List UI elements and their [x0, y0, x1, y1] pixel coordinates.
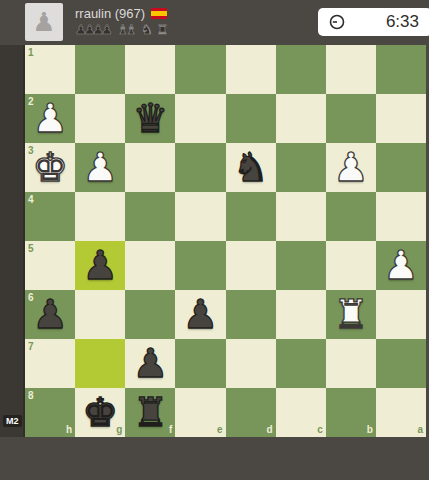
square-c6[interactable] [276, 290, 326, 339]
file-label-h: h [66, 425, 72, 435]
square-a5[interactable]: ♟ [376, 241, 426, 290]
square-g4[interactable] [75, 192, 125, 241]
captured-piece-group: ♟♟♟♟ [75, 22, 110, 38]
file-label-e: e [217, 425, 223, 435]
square-d4[interactable] [226, 192, 276, 241]
rank-label-1: 1 [28, 48, 34, 58]
square-c1[interactable] [276, 45, 326, 94]
square-b4[interactable] [326, 192, 376, 241]
top-player-name-row: rraulin (967) [75, 6, 167, 21]
bottom-player-bar: satriotomo (1002) ♟♟♟♟♝♝♞♞♜♛+12 5:24 [0, 437, 429, 480]
square-a4[interactable] [376, 192, 426, 241]
square-a6[interactable] [376, 290, 426, 339]
black-queen[interactable]: ♛ [125, 94, 175, 143]
top-player-bar: ♟ rraulin (967) ♟♟♟♟♝♝♞♜ 6:33 [0, 0, 429, 45]
square-c4[interactable] [276, 192, 326, 241]
top-player-avatar[interactable]: ♟ [25, 3, 63, 41]
square-g3[interactable]: ♟ [75, 143, 125, 192]
clock-icon [328, 13, 346, 31]
square-e1[interactable] [175, 45, 225, 94]
square-d1[interactable] [226, 45, 276, 94]
square-b7[interactable] [326, 339, 376, 388]
square-h4[interactable]: 4 [25, 192, 75, 241]
square-e4[interactable] [175, 192, 225, 241]
file-label-b: b [367, 425, 373, 435]
square-e5[interactable] [175, 241, 225, 290]
square-d6[interactable] [226, 290, 276, 339]
square-b3[interactable]: ♟ [326, 143, 376, 192]
pawn-avatar-icon: ♟ [32, 9, 55, 35]
square-g5[interactable]: ♟ [75, 241, 125, 290]
spain-flag-icon [151, 8, 167, 19]
square-g2[interactable] [75, 94, 125, 143]
top-player-name[interactable]: rraulin (967) [75, 6, 145, 21]
square-h3[interactable]: 3♚ [25, 143, 75, 192]
captured-piece-group: ♞ [141, 22, 150, 38]
square-g8[interactable]: g♚ [75, 388, 125, 437]
square-d2[interactable] [226, 94, 276, 143]
square-e2[interactable] [175, 94, 225, 143]
white-pawn[interactable]: ♟ [25, 94, 75, 143]
captured-piece-group: ♜ [157, 22, 166, 38]
mate-in-2-badge: M2 [3, 415, 22, 427]
square-h2[interactable]: 2♟ [25, 94, 75, 143]
square-f2[interactable]: ♛ [125, 94, 175, 143]
square-h5[interactable]: 5 [25, 241, 75, 290]
square-h8[interactable]: 8h [25, 388, 75, 437]
board-left-strip: M2 [0, 45, 25, 437]
rank-label-5: 5 [28, 244, 34, 254]
square-c3[interactable] [276, 143, 326, 192]
black-knight[interactable]: ♞ [226, 143, 276, 192]
rank-label-7: 7 [28, 342, 34, 352]
square-a8[interactable]: a [376, 388, 426, 437]
square-f3[interactable] [125, 143, 175, 192]
square-b2[interactable] [326, 94, 376, 143]
square-a1[interactable] [376, 45, 426, 94]
square-f1[interactable] [125, 45, 175, 94]
square-g6[interactable] [75, 290, 125, 339]
square-d5[interactable] [226, 241, 276, 290]
square-b5[interactable] [326, 241, 376, 290]
chess-board: 12♟♛3♚♟♞♟45♟♟6♟♟♜7♟8hg♚f♜edcba [25, 45, 426, 437]
square-h1[interactable]: 1 [25, 45, 75, 94]
square-c2[interactable] [276, 94, 326, 143]
square-c8[interactable]: c [276, 388, 326, 437]
square-e8[interactable]: e [175, 388, 225, 437]
square-d8[interactable]: d [226, 388, 276, 437]
square-e6[interactable]: ♟ [175, 290, 225, 339]
square-b8[interactable]: b [326, 388, 376, 437]
square-e3[interactable] [175, 143, 225, 192]
square-f6[interactable] [125, 290, 175, 339]
black-pawn[interactable]: ♟ [175, 290, 225, 339]
square-b1[interactable] [326, 45, 376, 94]
black-pawn[interactable]: ♟ [75, 241, 125, 290]
square-f7[interactable]: ♟ [125, 339, 175, 388]
square-c5[interactable] [276, 241, 326, 290]
top-player-clock: 6:33 [318, 8, 429, 36]
square-d7[interactable] [226, 339, 276, 388]
white-king[interactable]: ♚ [25, 143, 75, 192]
square-f4[interactable] [125, 192, 175, 241]
black-pawn[interactable]: ♟ [125, 339, 175, 388]
square-g7[interactable] [75, 339, 125, 388]
top-player-captured-pieces: ♟♟♟♟♝♝♞♜ [75, 22, 172, 38]
square-e7[interactable] [175, 339, 225, 388]
file-label-c: c [317, 425, 323, 435]
square-a2[interactable] [376, 94, 426, 143]
rank-label-4: 4 [28, 195, 34, 205]
chess-app: ♟ rraulin (967) ♟♟♟♟♝♝♞♜ 6:33 M2 12♟♛3♚♟… [0, 0, 429, 480]
rank-label-8: 8 [28, 391, 34, 401]
square-a7[interactable] [376, 339, 426, 388]
black-rook[interactable]: ♜ [125, 388, 175, 437]
square-a3[interactable] [376, 143, 426, 192]
square-b6[interactable]: ♜ [326, 290, 376, 339]
square-d3[interactable]: ♞ [226, 143, 276, 192]
file-label-d: d [267, 425, 273, 435]
square-h6[interactable]: 6♟ [25, 290, 75, 339]
square-f8[interactable]: f♜ [125, 388, 175, 437]
white-pawn[interactable]: ♟ [326, 143, 376, 192]
white-rook[interactable]: ♜ [326, 290, 376, 339]
square-f5[interactable] [125, 241, 175, 290]
square-c7[interactable] [276, 339, 326, 388]
square-g1[interactable] [75, 45, 125, 94]
white-pawn[interactable]: ♟ [376, 241, 426, 290]
captured-piece-group: ♝♝ [117, 22, 134, 38]
top-player-time: 6:33 [386, 12, 419, 32]
file-label-a: a [417, 425, 423, 435]
white-pawn[interactable]: ♟ [75, 143, 125, 192]
black-pawn[interactable]: ♟ [25, 290, 75, 339]
black-king[interactable]: ♚ [75, 388, 125, 437]
square-h7[interactable]: 7 [25, 339, 75, 388]
